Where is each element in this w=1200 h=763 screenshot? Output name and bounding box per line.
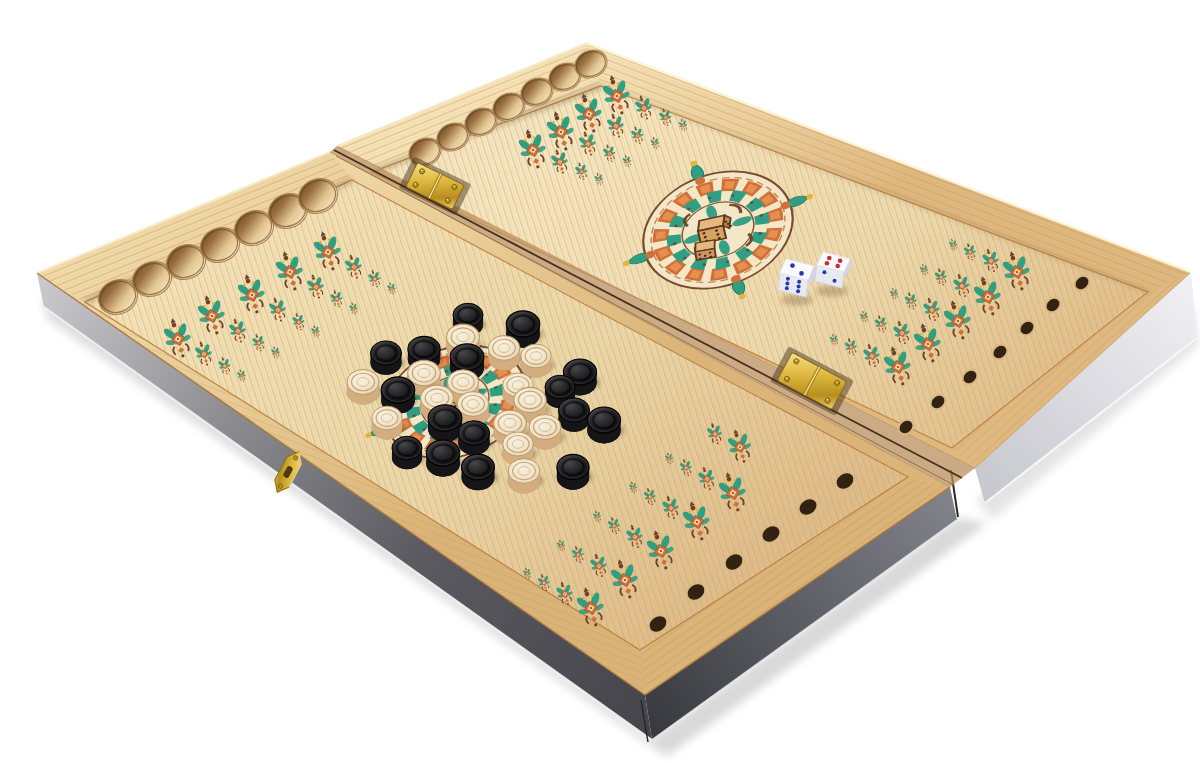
die-pip bbox=[790, 263, 795, 268]
die-pip bbox=[785, 286, 789, 290]
die-pip bbox=[797, 284, 801, 288]
product-photo-backgammon-set bbox=[0, 0, 1200, 763]
die-pip bbox=[822, 270, 826, 274]
die-pip bbox=[835, 264, 840, 269]
die-pip bbox=[827, 256, 832, 261]
die-pip bbox=[799, 271, 804, 276]
die-pip bbox=[825, 261, 830, 266]
die-1 bbox=[778, 259, 817, 306]
backgammon-scene bbox=[0, 0, 1200, 763]
die-pip bbox=[786, 277, 790, 281]
die-pip bbox=[797, 280, 801, 284]
die-pip bbox=[796, 289, 800, 293]
die-pip bbox=[785, 282, 789, 286]
die-pip bbox=[838, 259, 843, 264]
die-pip bbox=[833, 279, 837, 283]
die-2 bbox=[815, 252, 852, 297]
